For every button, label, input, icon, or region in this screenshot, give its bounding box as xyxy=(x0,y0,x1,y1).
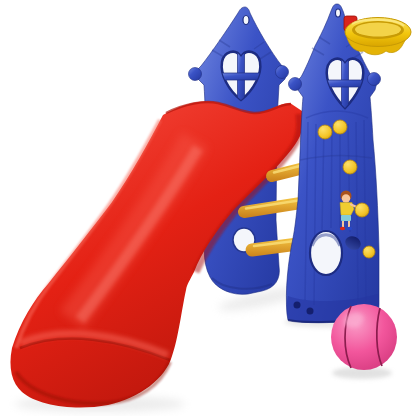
ball-body xyxy=(331,304,397,370)
rear-right-knob-bump xyxy=(276,66,289,79)
sticker-shoe-right xyxy=(347,227,352,231)
toy-slide-illustration xyxy=(0,0,413,416)
sticker-shoe-left xyxy=(340,227,345,231)
big-round-hole xyxy=(310,231,342,275)
knob-3 xyxy=(343,160,357,174)
front-right-knob-bump xyxy=(368,73,381,86)
rear-left-knob-bump xyxy=(189,68,202,81)
sticker-shorts xyxy=(341,215,351,221)
knob-side xyxy=(363,246,375,258)
front-window-horizontal-bar xyxy=(326,80,364,87)
basketball-hoop xyxy=(344,16,411,55)
rear-window-horizontal-bar xyxy=(220,73,262,80)
base-hole-right xyxy=(307,308,314,315)
sticker-face xyxy=(342,194,350,202)
product-photo xyxy=(0,0,413,416)
base-hole-left xyxy=(294,302,301,309)
front-left-knob-bump xyxy=(289,78,302,91)
hoop-opening-inner xyxy=(355,23,401,37)
knob-1 xyxy=(318,125,332,139)
pink-ball xyxy=(331,304,397,370)
rear-peak-hole xyxy=(243,16,249,25)
front-peak-hole xyxy=(336,9,341,17)
knob-4 xyxy=(355,203,369,217)
knob-2 xyxy=(333,120,347,134)
